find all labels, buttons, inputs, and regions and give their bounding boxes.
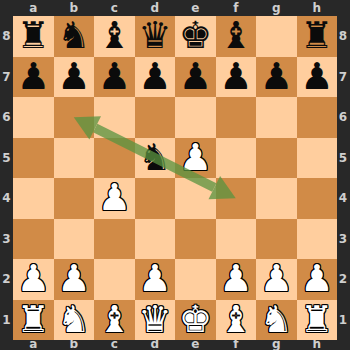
rank-label-right-5: 5 xyxy=(339,151,347,165)
piece-black-bishop-c8[interactable]: ♝ xyxy=(94,16,135,57)
square-e5[interactable]: ♟ xyxy=(175,138,216,179)
square-f7[interactable]: ♟ xyxy=(216,57,257,98)
piece-black-rook-h8[interactable]: ♜ xyxy=(297,16,338,57)
square-b3[interactable] xyxy=(54,219,95,260)
square-e6[interactable] xyxy=(175,97,216,138)
rank-label-left-1: 1 xyxy=(2,313,10,327)
piece-white-pawn-e5[interactable]: ♟ xyxy=(175,138,216,179)
square-e4[interactable] xyxy=(175,178,216,219)
square-d6[interactable] xyxy=(135,97,176,138)
piece-black-pawn-e7[interactable]: ♟ xyxy=(175,57,216,98)
piece-black-pawn-a7[interactable]: ♟ xyxy=(13,57,54,98)
piece-white-rook-h1[interactable]: ♜ xyxy=(297,300,338,341)
square-g4[interactable] xyxy=(256,178,297,219)
square-d3[interactable] xyxy=(135,219,176,260)
file-label-top-e: e xyxy=(191,1,199,15)
rank-label-right-7: 7 xyxy=(339,70,347,84)
rank-label-right-3: 3 xyxy=(339,232,347,246)
square-e1[interactable]: ♚ xyxy=(175,300,216,341)
square-b1[interactable]: ♞ xyxy=(54,300,95,341)
piece-black-pawn-c7[interactable]: ♟ xyxy=(94,57,135,98)
file-label-top-f: f xyxy=(233,1,238,15)
square-a3[interactable] xyxy=(13,219,54,260)
piece-black-king-e8[interactable]: ♚ xyxy=(175,16,216,57)
rank-label-left-5: 5 xyxy=(2,151,10,165)
square-g5[interactable] xyxy=(256,138,297,179)
piece-black-knight-d5[interactable]: ♞ xyxy=(135,138,176,179)
square-b6[interactable] xyxy=(54,97,95,138)
file-label-top-h: h xyxy=(312,1,321,15)
square-e8[interactable]: ♚ xyxy=(175,16,216,57)
square-a5[interactable] xyxy=(13,138,54,179)
square-g6[interactable] xyxy=(256,97,297,138)
piece-white-queen-d1[interactable]: ♛ xyxy=(135,300,176,341)
piece-black-queen-d8[interactable]: ♛ xyxy=(135,16,176,57)
square-a7[interactable]: ♟ xyxy=(13,57,54,98)
rank-label-right-8: 8 xyxy=(339,29,347,43)
square-g8[interactable] xyxy=(256,16,297,57)
piece-white-pawn-c4[interactable]: ♟ xyxy=(94,178,135,219)
piece-black-rook-a8[interactable]: ♜ xyxy=(13,16,54,57)
piece-white-knight-g1[interactable]: ♞ xyxy=(256,300,297,341)
square-a8[interactable]: ♜ xyxy=(13,16,54,57)
rank-label-right-4: 4 xyxy=(339,191,347,205)
square-f5[interactable] xyxy=(216,138,257,179)
square-g3[interactable] xyxy=(256,219,297,260)
rank-label-left-4: 4 xyxy=(2,191,10,205)
piece-white-bishop-c1[interactable]: ♝ xyxy=(94,300,135,341)
chess-board-widget: aabbccddeeffgghh8877665544332211 ♜♞♝♛♚♝♜… xyxy=(0,0,350,350)
square-c4[interactable]: ♟ xyxy=(94,178,135,219)
square-h8[interactable]: ♜ xyxy=(297,16,338,57)
square-e3[interactable] xyxy=(175,219,216,260)
piece-black-bishop-f8[interactable]: ♝ xyxy=(216,16,257,57)
square-h1[interactable]: ♜ xyxy=(297,300,338,341)
square-f2[interactable]: ♟ xyxy=(216,259,257,300)
square-b5[interactable] xyxy=(54,138,95,179)
square-c1[interactable]: ♝ xyxy=(94,300,135,341)
piece-white-rook-a1[interactable]: ♜ xyxy=(13,300,54,341)
square-c3[interactable] xyxy=(94,219,135,260)
square-c2[interactable] xyxy=(94,259,135,300)
square-b8[interactable]: ♞ xyxy=(54,16,95,57)
square-a2[interactable]: ♟ xyxy=(13,259,54,300)
square-a1[interactable]: ♜ xyxy=(13,300,54,341)
piece-white-pawn-b2[interactable]: ♟ xyxy=(54,259,95,300)
square-c5[interactable] xyxy=(94,138,135,179)
square-g7[interactable]: ♟ xyxy=(256,57,297,98)
square-c6[interactable] xyxy=(94,97,135,138)
rank-label-left-6: 6 xyxy=(2,110,10,124)
square-f8[interactable]: ♝ xyxy=(216,16,257,57)
piece-white-king-e1[interactable]: ♚ xyxy=(175,300,216,341)
square-d4[interactable] xyxy=(135,178,176,219)
rank-label-left-3: 3 xyxy=(2,232,10,246)
rank-label-left-2: 2 xyxy=(2,272,10,286)
file-label-top-g: g xyxy=(272,1,281,15)
square-h3[interactable] xyxy=(297,219,338,260)
square-h4[interactable] xyxy=(297,178,338,219)
square-e7[interactable]: ♟ xyxy=(175,57,216,98)
rank-label-right-6: 6 xyxy=(339,110,347,124)
square-b7[interactable]: ♟ xyxy=(54,57,95,98)
rank-label-right-2: 2 xyxy=(339,272,347,286)
chess-board[interactable]: ♜♞♝♛♚♝♜♟♟♟♟♟♟♟♟♞♟♟♟♟♟♟♟♟♜♞♝♛♚♝♞♜ xyxy=(13,16,337,340)
square-g1[interactable]: ♞ xyxy=(256,300,297,341)
square-d2[interactable]: ♟ xyxy=(135,259,176,300)
rank-label-right-1: 1 xyxy=(339,313,347,327)
square-h7[interactable]: ♟ xyxy=(297,57,338,98)
piece-white-knight-b1[interactable]: ♞ xyxy=(54,300,95,341)
square-c7[interactable]: ♟ xyxy=(94,57,135,98)
rank-label-left-7: 7 xyxy=(2,70,10,84)
square-f6[interactable] xyxy=(216,97,257,138)
piece-black-pawn-h7[interactable]: ♟ xyxy=(297,57,338,98)
square-b2[interactable]: ♟ xyxy=(54,259,95,300)
square-g2[interactable]: ♟ xyxy=(256,259,297,300)
piece-black-pawn-b7[interactable]: ♟ xyxy=(54,57,95,98)
square-f4[interactable] xyxy=(216,178,257,219)
square-a6[interactable] xyxy=(13,97,54,138)
square-a4[interactable] xyxy=(13,178,54,219)
square-e2[interactable] xyxy=(175,259,216,300)
piece-black-pawn-d7[interactable]: ♟ xyxy=(135,57,176,98)
piece-black-knight-b8[interactable]: ♞ xyxy=(54,16,95,57)
square-d5[interactable]: ♞ xyxy=(135,138,176,179)
piece-white-bishop-f1[interactable]: ♝ xyxy=(216,300,257,341)
piece-white-pawn-g2[interactable]: ♟ xyxy=(256,259,297,300)
square-d7[interactable]: ♟ xyxy=(135,57,176,98)
file-label-top-a: a xyxy=(29,1,37,15)
square-d1[interactable]: ♛ xyxy=(135,300,176,341)
piece-white-pawn-f2[interactable]: ♟ xyxy=(216,259,257,300)
rank-label-left-8: 8 xyxy=(2,29,10,43)
square-f3[interactable] xyxy=(216,219,257,260)
file-label-top-b: b xyxy=(69,1,78,15)
file-label-top-d: d xyxy=(150,1,159,15)
square-b4[interactable] xyxy=(54,178,95,219)
square-h6[interactable] xyxy=(297,97,338,138)
piece-black-pawn-f7[interactable]: ♟ xyxy=(216,57,257,98)
piece-white-pawn-a2[interactable]: ♟ xyxy=(13,259,54,300)
square-f1[interactable]: ♝ xyxy=(216,300,257,341)
piece-black-pawn-g7[interactable]: ♟ xyxy=(256,57,297,98)
piece-white-pawn-d2[interactable]: ♟ xyxy=(135,259,176,300)
square-c8[interactable]: ♝ xyxy=(94,16,135,57)
square-d8[interactable]: ♛ xyxy=(135,16,176,57)
square-h5[interactable] xyxy=(297,138,338,179)
piece-white-pawn-h2[interactable]: ♟ xyxy=(297,259,338,300)
square-h2[interactable]: ♟ xyxy=(297,259,338,300)
file-label-top-c: c xyxy=(111,1,118,15)
